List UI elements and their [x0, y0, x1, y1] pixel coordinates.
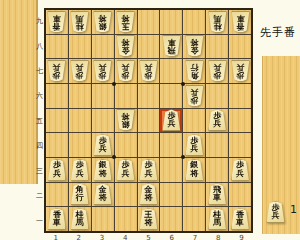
shogi-piece-gote-歩兵[interactable]: 歩兵 [70, 60, 89, 82]
shogi-piece-sente-香車[interactable]: 香車 [47, 208, 66, 230]
board-cell[interactable] [46, 133, 68, 157]
board-cell[interactable] [206, 158, 228, 182]
board-cell[interactable]: 角行 [69, 183, 91, 207]
board-cell[interactable] [69, 133, 91, 157]
piece-wrap: 歩兵 [208, 109, 227, 131]
piece-wrap: 銀将 [185, 159, 204, 181]
board-cell[interactable] [115, 84, 137, 108]
file-label: 5 [137, 234, 160, 240]
piece-wrap: 飛車 [162, 35, 181, 57]
hoshi-dot [112, 155, 116, 159]
shogi-piece-gote-金将[interactable]: 金将 [116, 35, 135, 57]
file-label: 8 [207, 234, 230, 240]
board-cell[interactable] [92, 207, 114, 231]
board-cell[interactable]: 香車 [46, 10, 68, 34]
board-cell[interactable] [46, 183, 68, 207]
piece-wrap: 飛車 [208, 183, 227, 205]
piece-wrap: 香車 [231, 11, 250, 33]
board-cell[interactable]: 桂馬 [206, 10, 228, 34]
shogi-piece-gote-歩兵[interactable]: 歩兵 [139, 60, 158, 82]
board-cell-lastmove-highlight[interactable]: 歩兵 [160, 109, 182, 133]
shogi-piece-sente-歩兵[interactable]: 歩兵 [266, 201, 285, 223]
gote-hand-tray [0, 0, 38, 184]
rank-label: 六 [35, 83, 44, 108]
board-cell[interactable] [69, 84, 91, 108]
piece-wrap: 桂馬 [70, 11, 89, 33]
piece-wrap: 歩兵 [231, 159, 250, 181]
board-cell[interactable] [229, 35, 251, 59]
file-label: 9 [230, 234, 253, 240]
board-cell[interactable]: 銀将 [92, 10, 114, 34]
piece-wrap: 歩兵 [70, 60, 89, 82]
board-cell[interactable] [92, 84, 114, 108]
piece-wrap: 金将 [116, 35, 135, 57]
shogi-piece-gote-銀将[interactable]: 銀将 [116, 109, 135, 131]
board-cell[interactable] [138, 84, 160, 108]
board-cell[interactable] [138, 10, 160, 34]
rank-label: 九 [35, 8, 44, 33]
piece-wrap: 香車 [231, 208, 250, 230]
shogi-piece-gote-桂馬[interactable]: 桂馬 [70, 11, 89, 33]
board-cell[interactable]: 金将 [92, 183, 114, 207]
piece-wrap: 歩兵 [70, 159, 89, 181]
board-cell[interactable] [183, 109, 205, 133]
board-cell[interactable]: 桂馬 [69, 207, 91, 231]
board-cell[interactable]: 桂馬 [206, 207, 228, 231]
board-cell[interactable]: 玉将 [115, 10, 137, 34]
board-cell[interactable]: 香車 [229, 10, 251, 34]
shogi-piece-gote-玉将[interactable]: 玉将 [116, 11, 135, 33]
piece-wrap: 桂馬 [208, 208, 227, 230]
board-cell[interactable] [46, 109, 68, 133]
shogi-piece-gote-香車[interactable]: 香車 [47, 11, 66, 33]
board-cell[interactable] [115, 133, 137, 157]
board-cell[interactable]: 飛車 [206, 183, 228, 207]
board-cell[interactable] [69, 109, 91, 133]
board-cell[interactable]: 歩兵 [138, 158, 160, 182]
board-cell[interactable] [160, 59, 182, 83]
board-cell[interactable]: 角行 [183, 59, 205, 83]
shogi-app: 先手番 歩兵1 九八七六五四三二一 香車桂馬銀将玉将桂馬香車金将飛車金将歩兵歩兵… [0, 0, 300, 240]
shogi-piece-sente-歩兵[interactable]: 歩兵 [139, 159, 158, 181]
piece-wrap: 香車 [47, 208, 66, 230]
board-cell[interactable] [160, 84, 182, 108]
board-cell[interactable]: 歩兵 [183, 84, 205, 108]
file-label: 4 [114, 234, 137, 240]
rank-label: 一 [35, 208, 44, 233]
shogi-piece-gote-香車[interactable]: 香車 [231, 11, 250, 33]
board-cell[interactable]: 歩兵 [115, 59, 137, 83]
board-cell[interactable] [183, 207, 205, 231]
piece-wrap: 歩兵 [139, 60, 158, 82]
shogi-piece-gote-銀将[interactable]: 銀将 [93, 11, 112, 33]
piece-wrap: 香車 [47, 11, 66, 33]
board-cell[interactable] [160, 207, 182, 231]
board-cell[interactable] [46, 35, 68, 59]
board-cell[interactable] [206, 35, 228, 59]
board-cell[interactable]: 金将 [183, 35, 205, 59]
board-cell[interactable] [229, 84, 251, 108]
shogi-piece-sente-香車[interactable]: 香車 [231, 208, 250, 230]
shogi-piece-gote-歩兵[interactable]: 歩兵 [116, 60, 135, 82]
piece-wrap: 銀将 [93, 159, 112, 181]
rank-label: 四 [35, 133, 44, 158]
shogi-piece-sente-歩兵[interactable]: 歩兵 [231, 159, 250, 181]
hand-piece-count: 1 [290, 203, 297, 216]
shogi-piece-sente-飛車[interactable]: 飛車 [208, 183, 227, 205]
shogi-piece-gote-桂馬[interactable]: 桂馬 [208, 11, 227, 33]
turn-indicator: 先手番 [260, 25, 296, 40]
board-cell[interactable] [229, 109, 251, 133]
hoshi-dot [112, 82, 116, 86]
board-cell[interactable] [206, 133, 228, 157]
shogi-piece-sente-角行[interactable]: 角行 [70, 183, 89, 205]
shogi-piece-sente-金将[interactable]: 金将 [139, 183, 158, 205]
board-cell[interactable]: 歩兵 [69, 158, 91, 182]
piece-wrap: 金将 [93, 183, 112, 205]
shogi-piece-sente-歩兵[interactable]: 歩兵 [185, 134, 204, 156]
board-cell[interactable] [160, 158, 182, 182]
piece-wrap: 角行 [185, 60, 204, 82]
shogi-piece-gote-歩兵[interactable]: 歩兵 [185, 85, 204, 107]
shogi-piece-sente-桂馬[interactable]: 桂馬 [70, 208, 89, 230]
board-cell[interactable]: 香車 [229, 207, 251, 231]
board-cell[interactable]: 歩兵 [138, 59, 160, 83]
shogi-piece-sente-歩兵[interactable]: 歩兵 [116, 159, 135, 181]
board-cell[interactable] [183, 183, 205, 207]
board-cell[interactable] [183, 10, 205, 34]
shogi-piece-sente-歩兵[interactable]: 歩兵 [208, 109, 227, 131]
shogi-piece-sente-銀将[interactable]: 銀将 [93, 159, 112, 181]
hoshi-dot [181, 82, 185, 86]
board-cell[interactable] [160, 183, 182, 207]
board-cell[interactable]: 銀将 [115, 109, 137, 133]
board-cell[interactable]: 歩兵 [46, 158, 68, 182]
file-label: 1 [44, 234, 67, 240]
shogi-piece-sente-歩兵[interactable]: 歩兵 [47, 159, 66, 181]
board-cell[interactable]: 金将 [138, 183, 160, 207]
board-cell[interactable] [92, 109, 114, 133]
piece-wrap: 歩兵 [162, 109, 181, 131]
board-cell[interactable] [115, 207, 137, 231]
file-label: 7 [183, 234, 206, 240]
board-cell[interactable] [229, 133, 251, 157]
board-cell[interactable] [160, 10, 182, 34]
piece-wrap: 桂馬 [70, 208, 89, 230]
shogi-piece-sente-桂馬[interactable]: 桂馬 [208, 208, 227, 230]
piece-wrap: 歩兵 [231, 60, 250, 82]
piece-wrap: 王将 [139, 208, 158, 230]
board-cell[interactable]: 歩兵 [229, 59, 251, 83]
board-cell[interactable]: 歩兵 [69, 59, 91, 83]
piece-wrap: 歩兵 [47, 159, 66, 181]
shogi-piece-gote-飛車[interactable]: 飛車 [162, 35, 181, 57]
shogi-piece-gote-歩兵[interactable]: 歩兵 [208, 60, 227, 82]
piece-wrap: 歩兵 [208, 60, 227, 82]
board-cell[interactable]: 桂馬 [69, 10, 91, 34]
board-cell[interactable]: 王将 [138, 207, 160, 231]
piece-wrap: 歩兵 [116, 60, 135, 82]
board-cell[interactable]: 歩兵 [92, 133, 114, 157]
board-cell[interactable] [138, 133, 160, 157]
board-cell[interactable]: 金将 [115, 35, 137, 59]
shogi-piece-sente-王将[interactable]: 王将 [139, 208, 158, 230]
piece-wrap: 金将 [139, 183, 158, 205]
shogi-piece-sente-歩兵[interactable]: 歩兵 [162, 109, 181, 131]
board-cell[interactable]: 香車 [46, 207, 68, 231]
piece-wrap: 歩兵 [139, 159, 158, 181]
piece-wrap: 歩兵 [93, 134, 112, 156]
board-cell[interactable]: 歩兵 [92, 59, 114, 83]
hand-piece-slot: 歩兵 [266, 201, 285, 223]
piece-wrap: 歩兵 [116, 159, 135, 181]
board-cell[interactable]: 銀将 [92, 158, 114, 182]
shogi-piece-gote-歩兵[interactable]: 歩兵 [47, 60, 66, 82]
board-cell[interactable] [92, 35, 114, 59]
shogi-piece-gote-歩兵[interactable]: 歩兵 [93, 60, 112, 82]
shogi-board: 香車桂馬銀将玉将桂馬香車金将飛車金将歩兵歩兵歩兵歩兵歩兵角行歩兵歩兵歩兵銀将歩兵… [44, 8, 253, 233]
file-label: 3 [90, 234, 113, 240]
piece-wrap: 歩兵 [93, 60, 112, 82]
file-labels: 123456789 [44, 234, 253, 240]
piece-wrap: 歩兵 [266, 201, 285, 223]
shogi-piece-gote-角行[interactable]: 角行 [185, 60, 204, 82]
rank-label: 二 [35, 183, 44, 208]
shogi-piece-gote-金将[interactable]: 金将 [185, 35, 204, 57]
board-cell[interactable] [160, 133, 182, 157]
board-cell[interactable] [138, 35, 160, 59]
shogi-piece-gote-歩兵[interactable]: 歩兵 [231, 60, 250, 82]
shogi-piece-sente-歩兵[interactable]: 歩兵 [93, 134, 112, 156]
board-cell[interactable]: 銀将 [183, 158, 205, 182]
piece-wrap: 玉将 [116, 11, 135, 33]
board-cell[interactable]: 歩兵 [206, 59, 228, 83]
hoshi-dot [181, 155, 185, 159]
piece-wrap: 桂馬 [208, 11, 227, 33]
board-cell[interactable] [138, 109, 160, 133]
piece-wrap: 歩兵 [185, 85, 204, 107]
piece-wrap: 銀将 [116, 109, 135, 131]
board-cell[interactable] [229, 183, 251, 207]
board-cell[interactable] [69, 35, 91, 59]
board-cell[interactable]: 歩兵 [46, 59, 68, 83]
rank-labels: 九八七六五四三二一 [35, 8, 44, 233]
board-cell[interactable] [46, 84, 68, 108]
board-cell[interactable]: 歩兵 [183, 133, 205, 157]
file-label: 6 [160, 234, 183, 240]
shogi-piece-sente-歩兵[interactable]: 歩兵 [70, 159, 89, 181]
file-label: 2 [67, 234, 90, 240]
board-cell[interactable]: 歩兵 [115, 158, 137, 182]
rank-label: 三 [35, 158, 44, 183]
sente-hand-tray: 歩兵1 [262, 56, 300, 234]
piece-wrap: 歩兵 [47, 60, 66, 82]
rank-label: 五 [35, 108, 44, 133]
board-cell[interactable] [206, 84, 228, 108]
board-cell[interactable]: 飛車 [160, 35, 182, 59]
piece-wrap: 銀将 [93, 11, 112, 33]
shogi-piece-sente-銀将[interactable]: 銀将 [185, 159, 204, 181]
rank-label: 七 [35, 58, 44, 83]
rank-label: 八 [35, 33, 44, 58]
shogi-piece-sente-金将[interactable]: 金将 [93, 183, 112, 205]
board-cell[interactable]: 歩兵 [229, 158, 251, 182]
piece-wrap: 角行 [70, 183, 89, 205]
board-cell[interactable]: 歩兵 [206, 109, 228, 133]
piece-wrap: 金将 [185, 35, 204, 57]
board-cell[interactable] [115, 183, 137, 207]
piece-wrap: 歩兵 [185, 134, 204, 156]
